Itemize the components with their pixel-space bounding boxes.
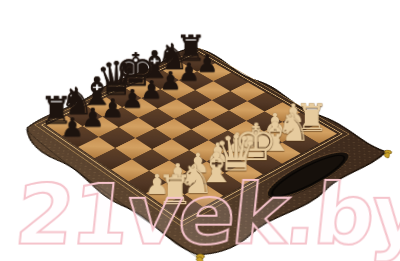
board-scene: ♜♟♟♜♞♟♟♞♝♟♟♝♚♟♟♚♛♟♟♛♝♟♟♝♞♟♟♞♜♟♟♜ bbox=[0, 0, 400, 261]
product-photo: ♜♟♟♜♞♟♟♞♝♟♟♝♚♟♟♚♛♟♟♛♝♟♟♝♞♟♟♞♜♟♟♜ 21vek.b… bbox=[0, 0, 400, 261]
chessboard: ♜♟♟♜♞♟♟♞♝♟♟♝♚♟♟♚♛♟♟♛♝♟♟♝♞♟♟♞♜♟♟♜ bbox=[4, 38, 400, 261]
